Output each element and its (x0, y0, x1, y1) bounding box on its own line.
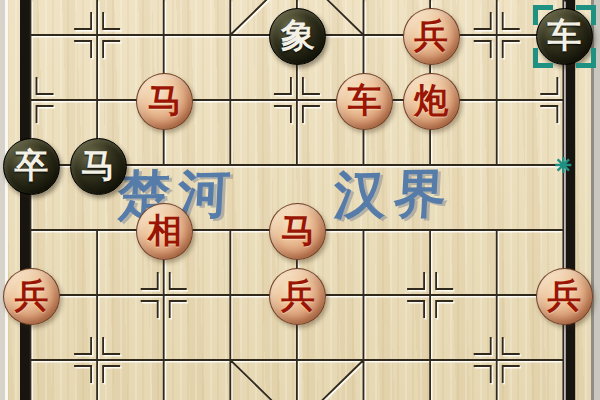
piece-red-pawn[interactable]: 兵 (3, 268, 60, 325)
piece-glyph: 马 (81, 148, 115, 182)
selection-bracket (576, 48, 596, 68)
piece-red-elephant[interactable]: 相 (136, 203, 193, 260)
piece-glyph: 车 (348, 83, 382, 117)
board-left-frame (20, 0, 30, 400)
xiangqi-board[interactable]: 楚河 汉界 象兵车马车炮卒马相马兵兵兵 (0, 0, 600, 400)
river-label-han-jie: 汉界 (332, 163, 455, 225)
piece-glyph: 兵 (15, 278, 49, 312)
piece-black-elephant[interactable]: 象 (269, 8, 326, 65)
piece-glyph: 卒 (15, 148, 49, 182)
piece-black-horse[interactable]: 马 (70, 138, 127, 195)
selection-bracket (533, 48, 553, 68)
piece-black-pawn[interactable]: 卒 (3, 138, 60, 195)
piece-red-horse[interactable]: 马 (269, 203, 326, 260)
piece-glyph: 炮 (414, 83, 448, 117)
piece-red-cannon[interactable]: 炮 (403, 73, 460, 130)
selection-bracket (533, 5, 553, 25)
piece-glyph: 兵 (547, 278, 581, 312)
piece-red-pawn[interactable]: 兵 (403, 8, 460, 65)
piece-red-chariot[interactable]: 车 (336, 73, 393, 130)
piece-red-horse[interactable]: 马 (136, 73, 193, 130)
piece-red-pawn[interactable]: 兵 (536, 268, 593, 325)
selection-bracket (576, 5, 596, 25)
piece-glyph: 兵 (414, 18, 448, 52)
piece-glyph: 相 (148, 213, 182, 247)
piece-glyph: 兵 (281, 278, 315, 312)
piece-glyph: 象 (281, 18, 315, 52)
piece-glyph: 马 (281, 213, 315, 247)
move-origin-marker (555, 157, 571, 173)
piece-red-pawn[interactable]: 兵 (269, 268, 326, 325)
piece-glyph: 马 (148, 83, 182, 117)
piece-black-chariot[interactable]: 车 (536, 8, 593, 65)
